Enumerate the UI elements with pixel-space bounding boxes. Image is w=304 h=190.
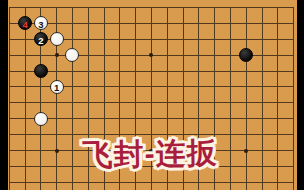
intersection-16-7 [238,95,254,111]
intersection-14-8 [207,111,223,127]
intersection-3-9 [33,127,49,143]
intersection-3-10 [33,143,49,159]
intersection-5-10 [65,143,81,159]
intersection-4-9 [49,127,65,143]
intersection-15-5 [223,63,239,79]
intersection-12-5 [175,63,191,79]
intersection-13-8 [191,111,207,127]
intersection-18-10 [270,143,286,159]
move-number-1: 1 [54,83,59,93]
intersection-12-3 [175,31,191,47]
intersection-11-7 [159,95,175,111]
intersection-5-9 [65,127,81,143]
intersection-3-7 [33,95,49,111]
intersection-16-10 [238,143,254,159]
intersection-5-7 [65,95,81,111]
intersection-17-9 [254,127,270,143]
intersection-18-12 [270,174,286,190]
intersection-7-5 [96,63,112,79]
intersection-18-1 [270,0,286,15]
intersection-18-3 [270,31,286,47]
intersection-10-6 [144,79,160,95]
intersection-13-3 [191,31,207,47]
intersection-4-12 [49,174,65,190]
intersection-17-11 [254,158,270,174]
white-stone-C18: 3 [34,16,48,30]
intersection-9-5 [128,63,144,79]
intersection-11-3 [159,31,175,47]
intersection-12-4 [175,47,191,63]
intersection-11-12 [159,174,175,190]
intersection-4-10 [49,143,65,159]
intersection-13-1 [191,0,207,15]
intersection-12-6 [175,79,191,95]
intersection-18-6 [270,79,286,95]
intersection-5-12 [65,174,81,190]
intersection-9-6 [128,79,144,95]
move-number-2: 2 [38,35,43,45]
intersection-3-5 [33,63,49,79]
intersection-3-1 [33,0,49,15]
intersection-18-5 [270,63,286,79]
intersection-8-3 [112,31,128,47]
intersection-7-2 [96,15,112,31]
intersection-7-12 [96,174,112,190]
intersection-2-10 [17,143,33,159]
intersection-15-12 [223,174,239,190]
intersection-7-6 [96,79,112,95]
intersection-15-3 [223,31,239,47]
intersection-6-6 [80,79,96,95]
intersection-4-7 [49,95,65,111]
intersection-9-8 [128,111,144,127]
intersection-4-4 [49,47,65,63]
intersection-3-8 [33,111,49,127]
intersection-7-3 [96,31,112,47]
intersection-15-9 [223,127,239,143]
intersection-15-11 [223,158,239,174]
intersection-2-7 [17,95,33,111]
intersection-12-7 [175,95,191,111]
intersection-11-2 [159,15,175,31]
intersection-4-2 [49,15,65,31]
intersection-18-4 [270,47,286,63]
intersection-13-12 [191,174,207,190]
intersection-16-4 [238,47,254,63]
intersection-9-1 [128,0,144,15]
intersection-17-8 [254,111,270,127]
intersection-14-5 [207,63,223,79]
intersection-8-8 [112,111,128,127]
intersection-8-1 [112,0,128,15]
intersection-15-1 [223,0,239,15]
intersection-11-8 [159,111,175,127]
intersection-4-8 [49,111,65,127]
intersection-6-5 [80,63,96,79]
intersection-12-12 [175,174,191,190]
intersection-8-12 [112,174,128,190]
intersection-10-7 [144,95,160,111]
intersection-4-1 [49,0,65,15]
intersection-14-1 [207,0,223,15]
intersection-16-8 [238,111,254,127]
intersection-5-8 [65,111,81,127]
move-number-4: 4 [22,19,27,29]
white-stone-E16 [65,48,79,62]
intersection-6-12 [80,174,96,190]
intersection-9-4 [128,47,144,63]
lesson-title: 飞封-连扳 [82,133,218,176]
intersection-13-2 [191,15,207,31]
pillarbox-left [0,0,8,190]
black-stone-B18: 4 [18,16,32,30]
video-thumbnail: 4321 飞封-连扳 [0,0,304,190]
intersection-16-5 [238,63,254,79]
intersection-17-2 [254,15,270,31]
intersection-6-3 [80,31,96,47]
intersection-6-4 [80,47,96,63]
intersection-14-3 [207,31,223,47]
intersection-2-11 [17,158,33,174]
intersection-16-2 [238,15,254,31]
intersection-2-2: 4 [17,15,33,31]
intersection-4-3 [49,31,65,47]
intersection-15-4 [223,47,239,63]
intersection-9-2 [128,15,144,31]
intersection-11-6 [159,79,175,95]
intersection-7-1 [96,0,112,15]
intersection-2-5 [17,63,33,79]
intersection-17-10 [254,143,270,159]
intersection-3-11 [33,158,49,174]
intersection-3-3: 2 [33,31,49,47]
intersection-2-4 [17,47,33,63]
intersection-5-4 [65,47,81,63]
intersection-18-2 [270,15,286,31]
intersection-8-5 [112,63,128,79]
intersection-8-2 [112,15,128,31]
intersection-10-1 [144,0,160,15]
intersection-18-7 [270,95,286,111]
intersection-15-7 [223,95,239,111]
intersection-8-7 [112,95,128,111]
intersection-13-6 [191,79,207,95]
intersection-17-1 [254,0,270,15]
intersection-14-2 [207,15,223,31]
intersection-2-12 [17,174,33,190]
intersection-15-6 [223,79,239,95]
intersection-10-8 [144,111,160,127]
intersection-10-2 [144,15,160,31]
intersection-13-7 [191,95,207,111]
intersection-6-8 [80,111,96,127]
intersection-5-6 [65,79,81,95]
intersection-12-2 [175,15,191,31]
intersection-18-9 [270,127,286,143]
intersection-6-2 [80,15,96,31]
intersection-2-8 [17,111,33,127]
intersection-13-5 [191,63,207,79]
intersection-16-1 [238,0,254,15]
intersection-17-5 [254,63,270,79]
intersection-16-12 [238,174,254,190]
intersection-6-1 [80,0,96,15]
intersection-17-4 [254,47,270,63]
intersection-3-2: 3 [33,15,49,31]
intersection-5-2 [65,15,81,31]
intersection-15-10 [223,143,239,159]
intersection-12-8 [175,111,191,127]
intersection-14-12 [207,174,223,190]
intersection-7-7 [96,95,112,111]
intersection-5-11 [65,158,81,174]
intersection-7-4 [96,47,112,63]
intersection-3-4 [33,47,49,63]
intersection-14-7 [207,95,223,111]
intersection-2-6 [17,79,33,95]
intersection-5-5 [65,63,81,79]
intersection-18-8 [270,111,286,127]
white-stone-C12 [34,112,48,126]
black-stone-C15 [34,64,48,78]
intersection-8-6 [112,79,128,95]
intersection-14-6 [207,79,223,95]
intersection-16-3 [238,31,254,47]
intersection-8-4 [112,47,128,63]
intersection-13-4 [191,47,207,63]
intersection-6-7 [80,95,96,111]
intersection-14-4 [207,47,223,63]
intersection-15-2 [223,15,239,31]
intersection-2-9 [17,127,33,143]
intersection-17-7 [254,95,270,111]
intersection-11-1 [159,0,175,15]
intersection-17-6 [254,79,270,95]
intersection-10-12 [144,174,160,190]
intersection-16-6 [238,79,254,95]
intersection-16-11 [238,158,254,174]
intersection-17-12 [254,174,270,190]
black-stone-Q16 [239,48,253,62]
black-stone-C17: 2 [34,32,48,46]
intersection-15-8 [223,111,239,127]
intersection-9-3 [128,31,144,47]
white-stone-D17 [50,32,64,46]
intersection-5-3 [65,31,81,47]
intersection-11-5 [159,63,175,79]
intersection-4-5 [49,63,65,79]
intersection-17-3 [254,31,270,47]
intersection-11-4 [159,47,175,63]
intersection-10-3 [144,31,160,47]
intersection-9-12 [128,174,144,190]
move-number-3: 3 [38,19,43,29]
intersection-7-8 [96,111,112,127]
intersection-10-4 [144,47,160,63]
white-stone-D14: 1 [50,80,64,94]
intersection-2-3 [17,31,33,47]
intersection-18-11 [270,158,286,174]
intersection-2-1 [17,0,33,15]
intersection-10-5 [144,63,160,79]
intersection-3-12 [33,174,49,190]
intersection-3-6 [33,79,49,95]
intersection-9-7 [128,95,144,111]
pillarbox-right [297,0,304,190]
intersection-16-9 [238,127,254,143]
intersection-5-1 [65,0,81,15]
intersection-4-11 [49,158,65,174]
intersection-4-6: 1 [49,79,65,95]
intersection-12-1 [175,0,191,15]
